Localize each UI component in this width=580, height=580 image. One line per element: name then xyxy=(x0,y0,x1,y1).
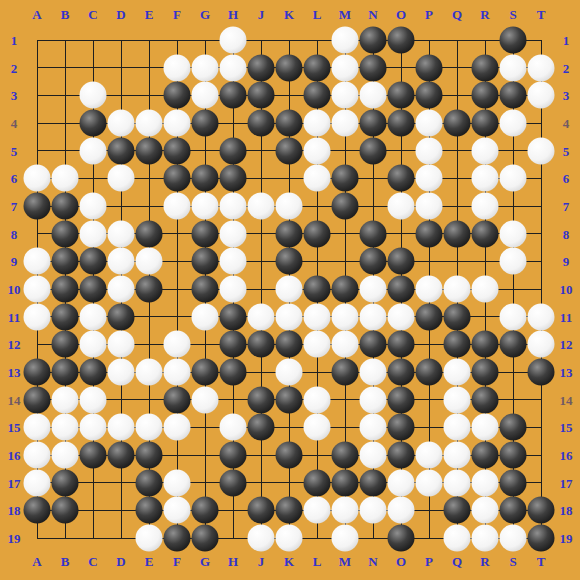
black-stone[interactable] xyxy=(220,442,247,469)
black-stone[interactable] xyxy=(80,442,107,469)
row-label-left: 14 xyxy=(8,393,21,406)
white-stone[interactable] xyxy=(528,82,555,109)
white-stone[interactable] xyxy=(500,248,527,275)
white-stone[interactable] xyxy=(360,414,387,441)
row-label-left: 10 xyxy=(8,283,21,296)
black-stone[interactable] xyxy=(24,386,51,413)
white-stone[interactable] xyxy=(220,27,247,54)
white-stone[interactable] xyxy=(500,525,527,552)
white-stone[interactable] xyxy=(472,193,499,220)
black-stone[interactable] xyxy=(220,331,247,358)
white-stone[interactable] xyxy=(52,414,79,441)
black-stone[interactable] xyxy=(52,331,79,358)
white-stone[interactable] xyxy=(360,386,387,413)
black-stone[interactable] xyxy=(472,442,499,469)
row-label-right: 6 xyxy=(563,172,570,185)
black-stone[interactable] xyxy=(528,359,555,386)
black-stone[interactable] xyxy=(332,193,359,220)
black-stone[interactable] xyxy=(276,442,303,469)
white-stone[interactable] xyxy=(304,331,331,358)
black-stone[interactable] xyxy=(24,193,51,220)
black-stone[interactable] xyxy=(388,359,415,386)
row-label-right: 3 xyxy=(563,89,570,102)
black-stone[interactable] xyxy=(164,82,191,109)
black-stone[interactable] xyxy=(220,137,247,164)
black-stone[interactable] xyxy=(444,110,471,137)
black-stone[interactable] xyxy=(472,54,499,81)
black-stone[interactable] xyxy=(360,469,387,496)
black-stone[interactable] xyxy=(136,469,163,496)
black-stone[interactable] xyxy=(388,331,415,358)
column-label-top: G xyxy=(200,8,210,21)
white-stone[interactable] xyxy=(500,303,527,330)
white-stone[interactable] xyxy=(444,525,471,552)
black-stone[interactable] xyxy=(360,331,387,358)
black-stone[interactable] xyxy=(24,359,51,386)
black-stone[interactable] xyxy=(276,137,303,164)
white-stone[interactable] xyxy=(276,303,303,330)
black-stone[interactable] xyxy=(444,331,471,358)
white-stone[interactable] xyxy=(80,303,107,330)
white-stone[interactable] xyxy=(136,525,163,552)
white-stone[interactable] xyxy=(220,276,247,303)
white-stone[interactable] xyxy=(500,110,527,137)
black-stone[interactable] xyxy=(472,386,499,413)
black-stone[interactable] xyxy=(500,414,527,441)
black-stone[interactable] xyxy=(444,303,471,330)
white-stone[interactable] xyxy=(108,248,135,275)
white-stone[interactable] xyxy=(220,248,247,275)
black-stone[interactable] xyxy=(164,525,191,552)
black-stone[interactable] xyxy=(108,303,135,330)
white-stone[interactable] xyxy=(108,220,135,247)
black-stone[interactable] xyxy=(332,469,359,496)
black-stone[interactable] xyxy=(248,386,275,413)
black-stone[interactable] xyxy=(108,442,135,469)
white-stone[interactable] xyxy=(360,82,387,109)
white-stone[interactable] xyxy=(444,414,471,441)
column-label-top: D xyxy=(116,8,125,21)
white-stone[interactable] xyxy=(528,331,555,358)
black-stone[interactable] xyxy=(332,442,359,469)
black-stone[interactable] xyxy=(220,303,247,330)
row-label-right: 12 xyxy=(560,338,573,351)
row-label-left: 9 xyxy=(11,255,18,268)
white-stone[interactable] xyxy=(52,442,79,469)
white-stone[interactable] xyxy=(220,220,247,247)
black-stone[interactable] xyxy=(528,497,555,524)
white-stone[interactable] xyxy=(80,386,107,413)
white-stone[interactable] xyxy=(276,193,303,220)
black-stone[interactable] xyxy=(360,27,387,54)
black-stone[interactable] xyxy=(500,331,527,358)
white-stone[interactable] xyxy=(24,442,51,469)
row-label-left: 7 xyxy=(11,200,18,213)
black-stone[interactable] xyxy=(164,165,191,192)
white-stone[interactable] xyxy=(332,54,359,81)
black-stone[interactable] xyxy=(360,248,387,275)
white-stone[interactable] xyxy=(472,525,499,552)
black-stone[interactable] xyxy=(276,110,303,137)
row-label-right: 5 xyxy=(563,144,570,157)
row-label-left: 17 xyxy=(8,476,21,489)
black-stone[interactable] xyxy=(192,220,219,247)
column-label-top: E xyxy=(145,8,154,21)
row-label-right: 4 xyxy=(563,117,570,130)
white-stone[interactable] xyxy=(528,303,555,330)
white-stone[interactable] xyxy=(108,414,135,441)
black-stone[interactable] xyxy=(416,359,443,386)
column-label-bottom: D xyxy=(116,555,125,568)
white-stone[interactable] xyxy=(164,331,191,358)
black-stone[interactable] xyxy=(276,54,303,81)
black-stone[interactable] xyxy=(52,220,79,247)
row-label-left: 12 xyxy=(8,338,21,351)
white-stone[interactable] xyxy=(108,331,135,358)
black-stone[interactable] xyxy=(388,248,415,275)
row-label-left: 11 xyxy=(8,310,20,323)
black-stone[interactable] xyxy=(52,276,79,303)
white-stone[interactable] xyxy=(332,303,359,330)
column-label-top: P xyxy=(425,8,433,21)
white-stone[interactable] xyxy=(220,193,247,220)
row-label-right: 1 xyxy=(563,34,570,47)
white-stone[interactable] xyxy=(136,110,163,137)
black-stone[interactable] xyxy=(52,193,79,220)
black-stone[interactable] xyxy=(388,386,415,413)
white-stone[interactable] xyxy=(80,414,107,441)
black-stone[interactable] xyxy=(52,469,79,496)
white-stone[interactable] xyxy=(164,497,191,524)
white-stone[interactable] xyxy=(416,110,443,137)
white-stone[interactable] xyxy=(444,276,471,303)
black-stone[interactable] xyxy=(416,54,443,81)
white-stone[interactable] xyxy=(108,110,135,137)
black-stone[interactable] xyxy=(192,497,219,524)
black-stone[interactable] xyxy=(248,110,275,137)
column-label-top: B xyxy=(61,8,70,21)
white-stone[interactable] xyxy=(500,220,527,247)
white-stone[interactable] xyxy=(192,54,219,81)
white-stone[interactable] xyxy=(500,165,527,192)
black-stone[interactable] xyxy=(192,165,219,192)
black-stone[interactable] xyxy=(472,331,499,358)
black-stone[interactable] xyxy=(136,442,163,469)
black-stone[interactable] xyxy=(192,276,219,303)
black-stone[interactable] xyxy=(136,276,163,303)
black-stone[interactable] xyxy=(304,220,331,247)
white-stone[interactable] xyxy=(528,54,555,81)
black-stone[interactable] xyxy=(332,276,359,303)
white-stone[interactable] xyxy=(24,248,51,275)
black-stone[interactable] xyxy=(80,110,107,137)
white-stone[interactable] xyxy=(164,193,191,220)
white-stone[interactable] xyxy=(192,82,219,109)
white-stone[interactable] xyxy=(416,442,443,469)
black-stone[interactable] xyxy=(500,27,527,54)
white-stone[interactable] xyxy=(304,386,331,413)
black-stone[interactable] xyxy=(304,54,331,81)
black-stone[interactable] xyxy=(24,497,51,524)
black-stone[interactable] xyxy=(80,248,107,275)
board-grid-line-vertical xyxy=(541,40,542,539)
row-label-left: 13 xyxy=(8,366,21,379)
black-stone[interactable] xyxy=(192,525,219,552)
white-stone[interactable] xyxy=(80,137,107,164)
white-stone[interactable] xyxy=(276,276,303,303)
white-stone[interactable] xyxy=(248,525,275,552)
white-stone[interactable] xyxy=(220,414,247,441)
white-stone[interactable] xyxy=(500,54,527,81)
white-stone[interactable] xyxy=(416,276,443,303)
black-stone[interactable] xyxy=(52,359,79,386)
white-stone[interactable] xyxy=(360,276,387,303)
black-stone[interactable] xyxy=(164,386,191,413)
column-label-top: M xyxy=(339,8,351,21)
row-label-right: 19 xyxy=(560,532,573,545)
column-label-top: Q xyxy=(452,8,462,21)
white-stone[interactable] xyxy=(164,469,191,496)
row-label-left: 4 xyxy=(11,117,18,130)
row-label-left: 3 xyxy=(11,89,18,102)
white-stone[interactable] xyxy=(24,469,51,496)
white-stone[interactable] xyxy=(248,303,275,330)
white-stone[interactable] xyxy=(24,303,51,330)
black-stone[interactable] xyxy=(304,82,331,109)
column-label-top: H xyxy=(228,8,238,21)
white-stone[interactable] xyxy=(164,359,191,386)
black-stone[interactable] xyxy=(80,359,107,386)
black-stone[interactable] xyxy=(500,82,527,109)
white-stone[interactable] xyxy=(24,276,51,303)
white-stone[interactable] xyxy=(416,469,443,496)
black-stone[interactable] xyxy=(388,165,415,192)
black-stone[interactable] xyxy=(52,248,79,275)
column-label-bottom: R xyxy=(480,555,489,568)
row-label-left: 16 xyxy=(8,449,21,462)
column-label-top: R xyxy=(480,8,489,21)
white-stone[interactable] xyxy=(332,110,359,137)
white-stone[interactable] xyxy=(472,414,499,441)
board-grid-line-horizontal xyxy=(37,95,542,96)
column-label-bottom: H xyxy=(228,555,238,568)
white-stone[interactable] xyxy=(304,110,331,137)
black-stone[interactable] xyxy=(472,359,499,386)
column-label-top: C xyxy=(88,8,97,21)
black-stone[interactable] xyxy=(220,359,247,386)
black-stone[interactable] xyxy=(276,497,303,524)
black-stone[interactable] xyxy=(192,359,219,386)
row-label-right: 7 xyxy=(563,200,570,213)
column-label-bottom: A xyxy=(32,555,41,568)
black-stone[interactable] xyxy=(136,220,163,247)
black-stone[interactable] xyxy=(472,110,499,137)
white-stone[interactable] xyxy=(80,82,107,109)
black-stone[interactable] xyxy=(500,442,527,469)
white-stone[interactable] xyxy=(304,303,331,330)
white-stone[interactable] xyxy=(192,193,219,220)
black-stone[interactable] xyxy=(360,220,387,247)
white-stone[interactable] xyxy=(332,331,359,358)
black-stone[interactable] xyxy=(220,469,247,496)
black-stone[interactable] xyxy=(248,82,275,109)
white-stone[interactable] xyxy=(136,414,163,441)
white-stone[interactable] xyxy=(444,386,471,413)
black-stone[interactable] xyxy=(360,110,387,137)
white-stone[interactable] xyxy=(164,110,191,137)
white-stone[interactable] xyxy=(472,469,499,496)
white-stone[interactable] xyxy=(472,276,499,303)
black-stone[interactable] xyxy=(388,442,415,469)
white-stone[interactable] xyxy=(192,303,219,330)
white-stone[interactable] xyxy=(80,193,107,220)
white-stone[interactable] xyxy=(388,497,415,524)
white-stone[interactable] xyxy=(108,165,135,192)
black-stone[interactable] xyxy=(52,303,79,330)
black-stone[interactable] xyxy=(332,165,359,192)
white-stone[interactable] xyxy=(472,137,499,164)
column-label-bottom: F xyxy=(173,555,181,568)
white-stone[interactable] xyxy=(304,497,331,524)
row-label-right: 13 xyxy=(560,366,573,379)
column-label-top: A xyxy=(32,8,41,21)
black-stone[interactable] xyxy=(388,525,415,552)
row-label-right: 11 xyxy=(560,310,572,323)
white-stone[interactable] xyxy=(360,442,387,469)
black-stone[interactable] xyxy=(360,54,387,81)
black-stone[interactable] xyxy=(528,525,555,552)
white-stone[interactable] xyxy=(332,497,359,524)
black-stone[interactable] xyxy=(388,110,415,137)
row-label-left: 15 xyxy=(8,421,21,434)
white-stone[interactable] xyxy=(332,82,359,109)
white-stone[interactable] xyxy=(360,497,387,524)
black-stone[interactable] xyxy=(304,276,331,303)
white-stone[interactable] xyxy=(416,137,443,164)
column-label-bottom: P xyxy=(425,555,433,568)
white-stone[interactable] xyxy=(24,414,51,441)
white-stone[interactable] xyxy=(360,359,387,386)
black-stone[interactable] xyxy=(388,414,415,441)
black-stone[interactable] xyxy=(360,137,387,164)
row-label-right: 18 xyxy=(560,504,573,517)
white-stone[interactable] xyxy=(164,54,191,81)
black-stone[interactable] xyxy=(248,54,275,81)
white-stone[interactable] xyxy=(332,525,359,552)
column-label-bottom: Q xyxy=(452,555,462,568)
black-stone[interactable] xyxy=(388,276,415,303)
black-stone[interactable] xyxy=(276,248,303,275)
black-stone[interactable] xyxy=(52,497,79,524)
black-stone[interactable] xyxy=(164,137,191,164)
white-stone[interactable] xyxy=(192,386,219,413)
white-stone[interactable] xyxy=(276,525,303,552)
white-stone[interactable] xyxy=(528,137,555,164)
column-label-top: S xyxy=(509,8,516,21)
black-stone[interactable] xyxy=(276,331,303,358)
white-stone[interactable] xyxy=(52,165,79,192)
white-stone[interactable] xyxy=(444,359,471,386)
black-stone[interactable] xyxy=(80,276,107,303)
white-stone[interactable] xyxy=(388,303,415,330)
column-label-top: L xyxy=(313,8,322,21)
white-stone[interactable] xyxy=(80,331,107,358)
black-stone[interactable] xyxy=(192,248,219,275)
row-label-right: 10 xyxy=(560,283,573,296)
black-stone[interactable] xyxy=(416,82,443,109)
black-stone[interactable] xyxy=(500,497,527,524)
black-stone[interactable] xyxy=(388,82,415,109)
white-stone[interactable] xyxy=(416,193,443,220)
black-stone[interactable] xyxy=(472,220,499,247)
black-stone[interactable] xyxy=(416,220,443,247)
black-stone[interactable] xyxy=(136,497,163,524)
white-stone[interactable] xyxy=(472,165,499,192)
black-stone[interactable] xyxy=(248,414,275,441)
black-stone[interactable] xyxy=(276,220,303,247)
white-stone[interactable] xyxy=(360,303,387,330)
white-stone[interactable] xyxy=(136,359,163,386)
black-stone[interactable] xyxy=(192,110,219,137)
white-stone[interactable] xyxy=(444,442,471,469)
column-label-bottom: O xyxy=(396,555,406,568)
column-label-bottom: S xyxy=(509,555,516,568)
white-stone[interactable] xyxy=(52,386,79,413)
white-stone[interactable] xyxy=(304,414,331,441)
black-stone[interactable] xyxy=(500,469,527,496)
black-stone[interactable] xyxy=(248,331,275,358)
white-stone[interactable] xyxy=(472,497,499,524)
white-stone[interactable] xyxy=(136,248,163,275)
white-stone[interactable] xyxy=(108,276,135,303)
black-stone[interactable] xyxy=(220,165,247,192)
black-stone[interactable] xyxy=(444,497,471,524)
white-stone[interactable] xyxy=(276,359,303,386)
black-stone[interactable] xyxy=(248,497,275,524)
white-stone[interactable] xyxy=(332,27,359,54)
black-stone[interactable] xyxy=(108,137,135,164)
white-stone[interactable] xyxy=(248,193,275,220)
row-label-right: 16 xyxy=(560,449,573,462)
black-stone[interactable] xyxy=(304,469,331,496)
white-stone[interactable] xyxy=(80,220,107,247)
black-stone[interactable] xyxy=(388,27,415,54)
row-label-right: 17 xyxy=(560,476,573,489)
white-stone[interactable] xyxy=(304,137,331,164)
black-stone[interactable] xyxy=(444,220,471,247)
white-stone[interactable] xyxy=(388,469,415,496)
white-stone[interactable] xyxy=(388,193,415,220)
white-stone[interactable] xyxy=(24,165,51,192)
row-label-right: 9 xyxy=(563,255,570,268)
black-stone[interactable] xyxy=(276,386,303,413)
black-stone[interactable] xyxy=(416,303,443,330)
white-stone[interactable] xyxy=(444,469,471,496)
white-stone[interactable] xyxy=(304,165,331,192)
row-label-left: 8 xyxy=(11,227,18,240)
white-stone[interactable] xyxy=(164,414,191,441)
white-stone[interactable] xyxy=(108,359,135,386)
go-board[interactable]: AABBCCDDEEFFGGHHJJKKLLMMNNOOPPQQRRSSTT11… xyxy=(0,0,580,580)
black-stone[interactable] xyxy=(136,137,163,164)
black-stone[interactable] xyxy=(472,82,499,109)
row-label-left: 19 xyxy=(8,532,21,545)
row-label-right: 15 xyxy=(560,421,573,434)
black-stone[interactable] xyxy=(220,82,247,109)
black-stone[interactable] xyxy=(332,359,359,386)
white-stone[interactable] xyxy=(416,165,443,192)
white-stone[interactable] xyxy=(220,54,247,81)
